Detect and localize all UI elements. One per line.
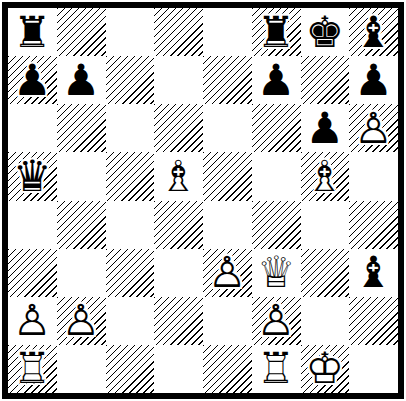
square-c8[interactable]: [106, 8, 155, 56]
square-b4[interactable]: [57, 201, 106, 249]
white-king: ♚♔: [301, 345, 350, 393]
black-bishop-icon: ♝: [354, 251, 393, 294]
black-bishop-icon: ♝: [354, 11, 393, 54]
square-h8[interactable]: ♝: [349, 8, 398, 56]
square-c1[interactable]: [106, 345, 155, 393]
square-f5[interactable]: [252, 152, 301, 200]
square-e6[interactable]: [203, 104, 252, 152]
white-pawn: ♟♙: [57, 297, 106, 345]
square-a3[interactable]: [8, 249, 57, 297]
square-d4[interactable]: [154, 201, 203, 249]
square-f1[interactable]: ♜♖: [252, 345, 301, 393]
square-h1[interactable]: [349, 345, 398, 393]
white-bishop-outline-icon: ♗: [159, 155, 198, 198]
square-e4[interactable]: [203, 201, 252, 249]
white-pawn: ♟♙: [349, 104, 398, 152]
black-queen: ♛: [8, 152, 57, 200]
square-f2[interactable]: ♟♙: [252, 297, 301, 345]
square-e8[interactable]: [203, 8, 252, 56]
square-h7[interactable]: ♟: [349, 56, 398, 104]
square-d2[interactable]: [154, 297, 203, 345]
white-pawn: ♟♙: [8, 297, 57, 345]
square-b8[interactable]: [57, 8, 106, 56]
square-d8[interactable]: [154, 8, 203, 56]
square-d7[interactable]: [154, 56, 203, 104]
white-bishop: ♝♗: [154, 152, 203, 200]
square-h4[interactable]: [349, 201, 398, 249]
square-b7[interactable]: ♟: [57, 56, 106, 104]
square-g6[interactable]: ♟: [301, 104, 350, 152]
square-e3[interactable]: ♟♙: [203, 249, 252, 297]
square-c7[interactable]: [106, 56, 155, 104]
black-pawn-icon: ♟: [306, 107, 345, 150]
square-c5[interactable]: [106, 152, 155, 200]
square-g4[interactable]: [301, 201, 350, 249]
black-king-icon: ♚: [306, 11, 345, 54]
square-e2[interactable]: [203, 297, 252, 345]
white-pawn-outline-icon: ♙: [257, 299, 296, 342]
square-d3[interactable]: [154, 249, 203, 297]
square-h5[interactable]: [349, 152, 398, 200]
square-b2[interactable]: ♟♙: [57, 297, 106, 345]
black-queen-icon: ♛: [13, 155, 52, 198]
square-e7[interactable]: [203, 56, 252, 104]
square-g2[interactable]: [301, 297, 350, 345]
square-c6[interactable]: [106, 104, 155, 152]
square-a1[interactable]: ♜♖: [8, 345, 57, 393]
square-g1[interactable]: ♚♔: [301, 345, 350, 393]
square-e1[interactable]: [203, 345, 252, 393]
white-pawn-outline-icon: ♙: [208, 251, 247, 294]
white-queen: ♛♕: [252, 249, 301, 297]
white-queen-outline-icon: ♕: [257, 251, 296, 294]
square-g5[interactable]: ♝♗: [301, 152, 350, 200]
black-pawn: ♟: [349, 56, 398, 104]
square-b3[interactable]: [57, 249, 106, 297]
black-pawn: ♟: [57, 56, 106, 104]
black-rook: ♜: [252, 8, 301, 56]
white-pawn-outline-icon: ♙: [13, 299, 52, 342]
square-a7[interactable]: ♟: [8, 56, 57, 104]
black-pawn: ♟: [301, 104, 350, 152]
square-a8[interactable]: ♜: [8, 8, 57, 56]
board-border: ♜♜♚♝♟♟♟♟♟♟♙♛♝♗♝♗♟♙♛♕♝♟♙♟♙♟♙♜♖♜♖♚♔: [2, 2, 404, 399]
square-f3[interactable]: ♛♕: [252, 249, 301, 297]
white-pawn: ♟♙: [252, 297, 301, 345]
white-rook-outline-icon: ♖: [13, 347, 52, 390]
black-pawn-icon: ♟: [13, 59, 52, 102]
square-g7[interactable]: [301, 56, 350, 104]
square-g8[interactable]: ♚: [301, 8, 350, 56]
square-d1[interactable]: [154, 345, 203, 393]
square-h3[interactable]: ♝: [349, 249, 398, 297]
black-bishop: ♝: [349, 249, 398, 297]
black-pawn-icon: ♟: [257, 59, 296, 102]
square-f7[interactable]: ♟: [252, 56, 301, 104]
square-a5[interactable]: ♛: [8, 152, 57, 200]
white-pawn-outline-icon: ♙: [354, 107, 393, 150]
white-pawn-outline-icon: ♙: [62, 299, 101, 342]
square-c3[interactable]: [106, 249, 155, 297]
black-rook-icon: ♜: [257, 11, 296, 54]
white-bishop: ♝♗: [301, 152, 350, 200]
white-bishop-outline-icon: ♗: [306, 155, 345, 198]
square-e5[interactable]: [203, 152, 252, 200]
black-pawn: ♟: [8, 56, 57, 104]
square-b6[interactable]: [57, 104, 106, 152]
white-rook: ♜♖: [8, 345, 57, 393]
square-a6[interactable]: [8, 104, 57, 152]
square-b1[interactable]: [57, 345, 106, 393]
square-d5[interactable]: ♝♗: [154, 152, 203, 200]
square-h6[interactable]: ♟♙: [349, 104, 398, 152]
square-h2[interactable]: [349, 297, 398, 345]
chess-board: ♜♜♚♝♟♟♟♟♟♟♙♛♝♗♝♗♟♙♛♕♝♟♙♟♙♟♙♜♖♜♖♚♔: [8, 8, 398, 393]
white-pawn: ♟♙: [203, 249, 252, 297]
square-a2[interactable]: ♟♙: [8, 297, 57, 345]
square-a4[interactable]: [8, 201, 57, 249]
black-king: ♚: [301, 8, 350, 56]
black-pawn-icon: ♟: [62, 59, 101, 102]
white-king-outline-icon: ♔: [306, 347, 345, 390]
square-b5[interactable]: [57, 152, 106, 200]
square-f4[interactable]: [252, 201, 301, 249]
square-f6[interactable]: [252, 104, 301, 152]
black-pawn-icon: ♟: [354, 59, 393, 102]
black-bishop: ♝: [349, 8, 398, 56]
black-rook-icon: ♜: [13, 11, 52, 54]
square-c4[interactable]: [106, 201, 155, 249]
square-g3[interactable]: [301, 249, 350, 297]
square-c2[interactable]: [106, 297, 155, 345]
white-rook-outline-icon: ♖: [257, 347, 296, 390]
white-rook: ♜♖: [252, 345, 301, 393]
square-d6[interactable]: [154, 104, 203, 152]
black-pawn: ♟: [252, 56, 301, 104]
black-rook: ♜: [8, 8, 57, 56]
square-f8[interactable]: ♜: [252, 8, 301, 56]
chess-diagram: ♜♜♚♝♟♟♟♟♟♟♙♛♝♗♝♗♟♙♛♕♝♟♙♟♙♟♙♜♖♜♖♚♔: [0, 0, 406, 401]
